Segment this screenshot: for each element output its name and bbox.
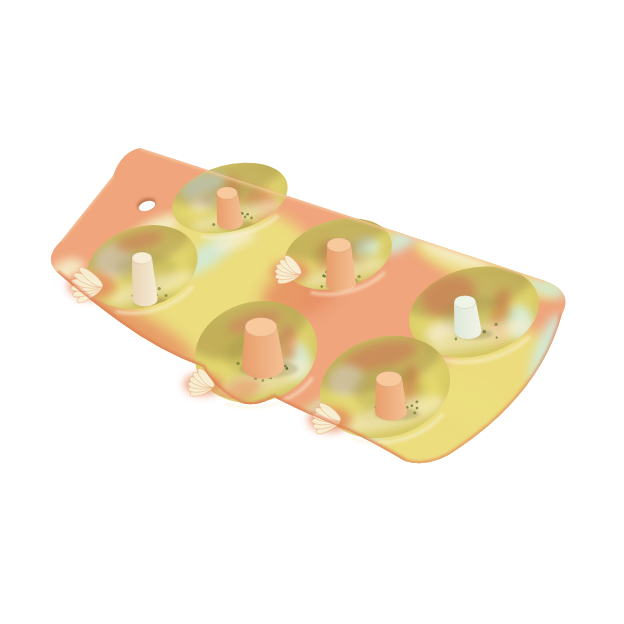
seed-speckle [415,400,418,403]
seed-speckle [358,275,361,278]
center-post-top [245,317,277,336]
seed-speckle [236,362,239,365]
center-post-top [217,187,238,200]
center-post-top [327,238,351,252]
seed-speckle [250,217,253,220]
seed-speckle [244,216,247,219]
seed-speckle [321,285,323,287]
seed-speckle [246,213,249,216]
seed-speckle [165,294,168,297]
center-post-top [376,371,402,387]
mold-illustration [0,0,624,624]
seed-speckle [416,407,419,410]
center-post-top [132,252,152,264]
seed-speckle [411,405,414,408]
center-post-top [454,295,476,308]
seed-speckle [496,337,498,339]
seed-speckle [494,323,497,326]
seed-speckle [324,275,327,278]
product-photo [0,0,624,624]
seed-speckle [158,287,161,290]
seed-speckle [212,223,215,226]
pan-body [48,148,580,511]
seed-speckle [262,379,265,382]
seed-speckle [455,338,458,341]
